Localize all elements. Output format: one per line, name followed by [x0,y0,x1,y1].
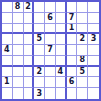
cell-r6c1[interactable] [2,56,13,67]
cell-r8c6[interactable] [56,77,67,88]
cell-r2c1[interactable] [2,13,13,24]
cell-r7c2[interactable] [13,67,24,78]
cell-r2c3[interactable] [24,13,35,24]
cell-r8c3[interactable] [24,77,35,88]
cell-r9c9[interactable] [88,88,99,99]
cell-r2c5[interactable]: 6 [45,13,56,24]
given-digit: 4 [57,68,63,76]
cell-r7c8[interactable]: 5 [77,67,88,78]
cell-r5c7[interactable] [67,45,78,56]
cell-r8c2[interactable] [13,77,24,88]
cell-r9c7[interactable] [67,88,78,99]
cell-r1c8[interactable] [77,2,88,13]
given-digit: 2 [80,35,86,43]
cell-r5c5[interactable]: 7 [45,45,56,56]
cell-r3c1[interactable] [2,24,13,35]
cell-r5c3[interactable] [24,45,35,56]
cell-r7c6[interactable]: 4 [56,67,67,78]
cell-r8c9[interactable] [88,77,99,88]
cell-r9c1[interactable] [2,88,13,99]
given-digit: 2 [36,68,42,76]
cell-r7c9[interactable] [88,67,99,78]
cell-r4c1[interactable] [2,34,13,45]
cell-r5c2[interactable] [13,45,24,56]
given-digit: 3 [91,35,97,43]
cell-r6c3[interactable] [24,56,35,67]
given-digit: 4 [4,46,10,54]
cell-r8c8[interactable] [77,77,88,88]
cell-r2c2[interactable] [13,13,24,24]
cell-r9c5[interactable] [45,88,56,99]
cell-r9c8[interactable] [77,88,88,99]
cell-r7c7[interactable] [67,67,78,78]
cell-r4c6[interactable] [56,34,67,45]
cell-r1c9[interactable] [88,2,99,13]
cell-r4c3[interactable] [24,34,35,45]
given-digit: 2 [25,3,31,11]
given-digit: 5 [80,68,86,76]
cell-r6c8[interactable]: 8 [77,56,88,67]
cell-r3c7[interactable]: 1 [67,24,78,35]
cell-r2c9[interactable] [88,13,99,24]
cell-r8c5[interactable] [45,77,56,88]
cell-r4c4[interactable]: 5 [34,34,45,45]
cell-r4c2[interactable] [13,34,24,45]
cell-r8c7[interactable]: 6 [67,77,78,88]
given-digit: 6 [47,14,53,22]
cell-r1c1[interactable] [2,2,13,13]
cell-r6c6[interactable] [56,56,67,67]
cell-r2c7[interactable]: 7 [67,13,78,24]
cell-r3c9[interactable] [88,24,99,35]
cell-r1c4[interactable] [34,2,45,13]
cell-r7c5[interactable] [45,67,56,78]
cell-r5c1[interactable]: 4 [2,45,13,56]
given-digit: 1 [69,24,75,32]
cell-r7c1[interactable] [2,67,13,78]
cell-r1c3[interactable]: 2 [24,2,35,13]
cell-r4c7[interactable] [67,34,78,45]
cell-r7c4[interactable]: 2 [34,67,45,78]
cell-r2c4[interactable] [34,13,45,24]
cell-r5c9[interactable] [88,45,99,56]
given-digit: 6 [69,78,75,86]
cell-r4c8[interactable]: 2 [77,34,88,45]
cell-r6c9[interactable] [88,56,99,67]
sudoku-board: 82671523478245163 [0,0,101,101]
cell-r1c5[interactable] [45,2,56,13]
cell-r4c9[interactable]: 3 [88,34,99,45]
cell-r2c6[interactable] [56,13,67,24]
cell-r3c6[interactable] [56,24,67,35]
cell-r6c4[interactable] [34,56,45,67]
cell-r1c6[interactable] [56,2,67,13]
cell-r7c3[interactable] [24,67,35,78]
given-digit: 7 [69,14,75,22]
cell-r5c6[interactable] [56,45,67,56]
cell-r6c2[interactable] [13,56,24,67]
cell-r6c5[interactable] [45,56,56,67]
cell-r3c5[interactable] [45,24,56,35]
cell-r9c3[interactable] [24,88,35,99]
cell-r1c2[interactable]: 8 [13,2,24,13]
cell-r4c5[interactable] [45,34,56,45]
given-digit: 8 [80,56,86,64]
given-digit: 8 [15,3,21,11]
cell-r6c7[interactable] [67,56,78,67]
cell-r9c6[interactable] [56,88,67,99]
cell-r3c4[interactable] [34,24,45,35]
cell-r3c8[interactable] [77,24,88,35]
cell-r8c4[interactable] [34,77,45,88]
cell-r1c7[interactable] [67,2,78,13]
given-digit: 3 [36,90,42,98]
cell-r5c8[interactable] [77,45,88,56]
given-digit: 5 [36,35,42,43]
cell-r2c8[interactable] [77,13,88,24]
cell-r8c1[interactable]: 1 [2,77,13,88]
given-digit: 1 [4,78,10,86]
cell-r3c3[interactable] [24,24,35,35]
cell-r9c4[interactable]: 3 [34,88,45,99]
cell-r5c4[interactable] [34,45,45,56]
given-digit: 7 [47,46,53,54]
cell-r3c2[interactable] [13,24,24,35]
cell-r9c2[interactable] [13,88,24,99]
